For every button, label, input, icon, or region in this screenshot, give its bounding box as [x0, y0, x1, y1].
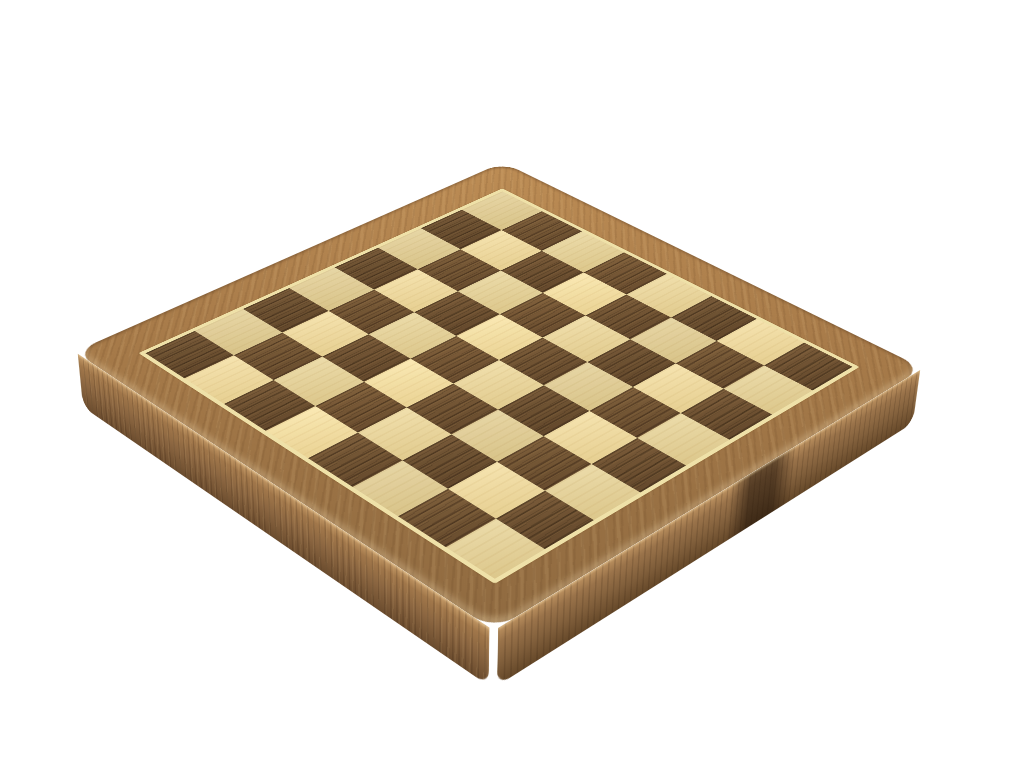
- board-square: [633, 363, 723, 412]
- board-square: [723, 365, 813, 414]
- board-square: [545, 464, 641, 520]
- board-square: [358, 407, 451, 460]
- board-square: [592, 438, 686, 493]
- board-square: [352, 460, 448, 516]
- board-square: [454, 360, 544, 409]
- board-square: [446, 518, 546, 579]
- board-square: [184, 355, 274, 404]
- board-square: [308, 432, 402, 486]
- board-top-face: [75, 162, 923, 630]
- product-photo-background: [0, 0, 1024, 768]
- chess-board: [75, 162, 923, 630]
- board-square: [224, 380, 315, 431]
- board-square: [589, 387, 680, 438]
- board-square: [544, 411, 637, 464]
- board-square: [451, 409, 544, 462]
- board-square: [496, 490, 594, 548]
- board-square: [265, 406, 358, 458]
- board-square: [498, 385, 589, 436]
- board-square: [398, 489, 496, 547]
- board-square: [274, 357, 364, 406]
- board-square: [637, 413, 730, 466]
- board-square: [364, 358, 454, 407]
- board-square: [403, 434, 497, 488]
- board-square: [543, 362, 633, 411]
- board-square: [681, 389, 772, 440]
- board-square: [315, 382, 406, 433]
- board-square: [497, 436, 591, 490]
- board-square: [407, 383, 498, 434]
- board-square: [448, 462, 544, 518]
